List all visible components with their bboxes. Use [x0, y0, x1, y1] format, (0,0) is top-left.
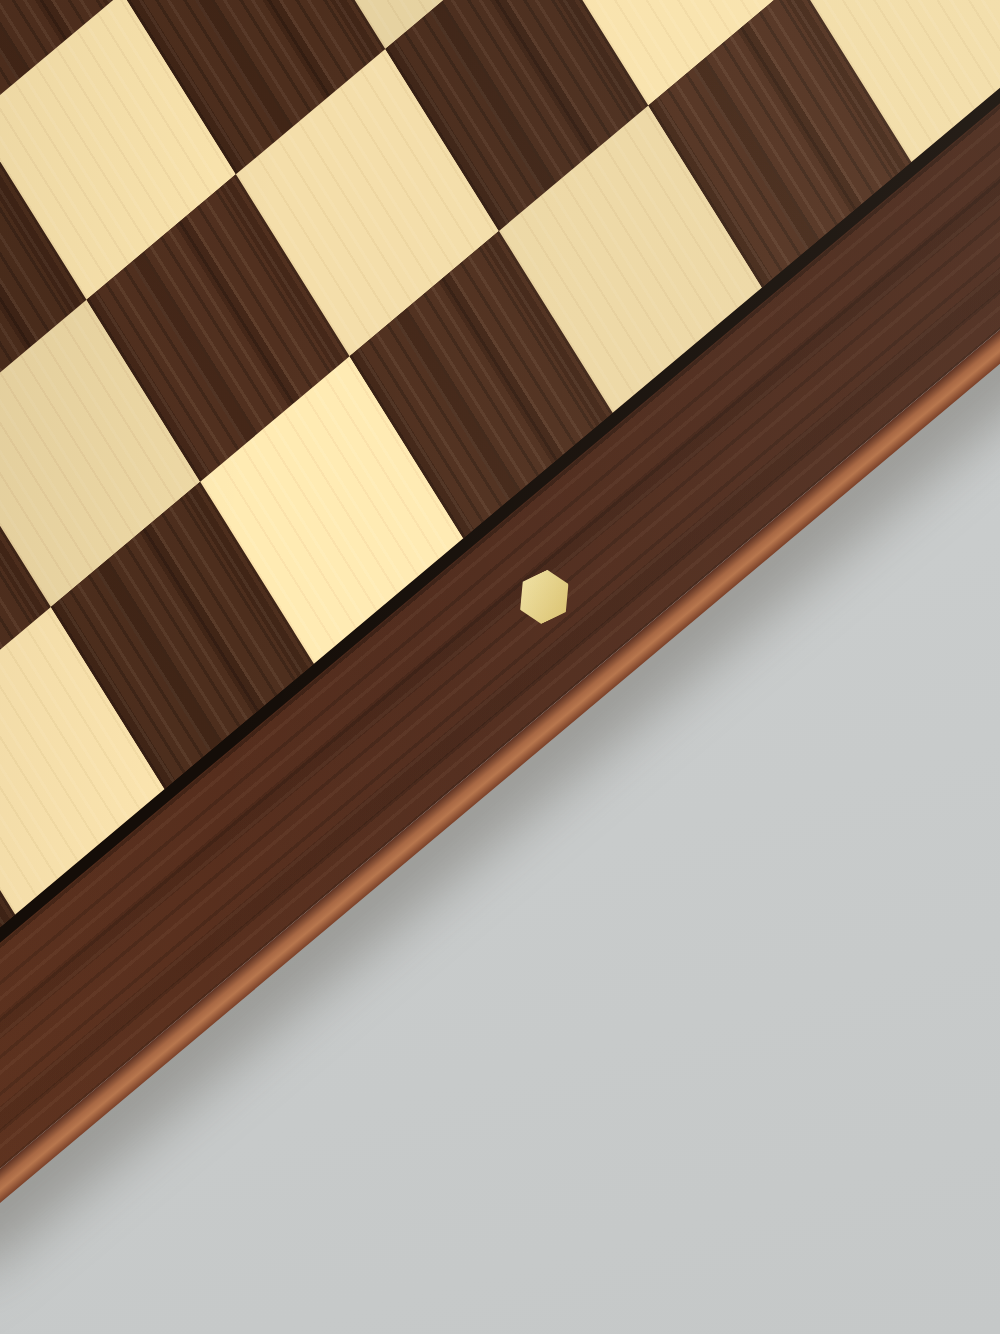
photo-background: [0, 0, 1000, 1334]
brass-hexagon-inlay: [512, 563, 577, 630]
